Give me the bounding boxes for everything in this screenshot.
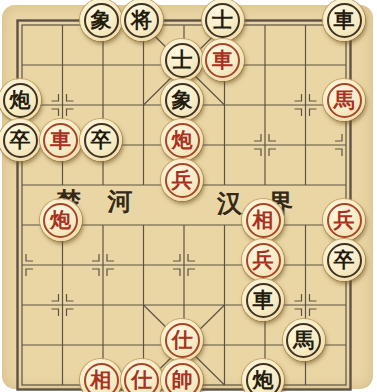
- piece-red-general[interactable]: 帥: [161, 359, 203, 392]
- piece-glyph: 帥: [165, 363, 200, 392]
- piece-black-general[interactable]: 将: [121, 0, 163, 41]
- piece-red-chariot[interactable]: 車: [40, 119, 82, 161]
- xiangqi-screenshot: 楚 河 汉 界 象将士車士車炮象馬卒車卒炮兵炮相兵兵卒車馬仕相仕帥炮: [0, 0, 377, 392]
- piece-glyph: 馬: [327, 83, 362, 118]
- piece-red-cannon[interactable]: 炮: [40, 199, 82, 241]
- piece-red-soldier[interactable]: 兵: [242, 239, 284, 281]
- piece-glyph: 仕: [165, 323, 200, 358]
- piece-red-advisor[interactable]: 仕: [161, 319, 203, 361]
- piece-black-chariot[interactable]: 車: [323, 0, 365, 41]
- piece-glyph: 兵: [165, 163, 200, 198]
- piece-black-horse[interactable]: 馬: [283, 319, 325, 361]
- piece-black-advisor[interactable]: 士: [202, 0, 244, 41]
- piece-black-soldier[interactable]: 卒: [0, 119, 41, 161]
- piece-glyph: 炮: [246, 363, 281, 392]
- piece-glyph: 炮: [165, 123, 200, 158]
- piece-glyph: 士: [165, 43, 200, 78]
- piece-glyph: 将: [124, 3, 159, 38]
- piece-glyph: 炮: [3, 83, 38, 118]
- piece-glyph: 卒: [327, 243, 362, 278]
- piece-glyph: 卒: [3, 123, 38, 158]
- piece-glyph: 馬: [286, 323, 321, 358]
- piece-black-elephant[interactable]: 象: [161, 79, 203, 121]
- piece-black-cannon[interactable]: 炮: [242, 359, 284, 392]
- piece-glyph: 兵: [327, 203, 362, 238]
- piece-glyph: 車: [43, 123, 78, 158]
- piece-black-soldier[interactable]: 卒: [323, 239, 365, 281]
- piece-red-horse[interactable]: 馬: [323, 79, 365, 121]
- piece-glyph: 象: [84, 3, 119, 38]
- piece-glyph: 象: [165, 83, 200, 118]
- piece-black-chariot[interactable]: 車: [242, 279, 284, 321]
- piece-glyph: 兵: [246, 243, 281, 278]
- piece-red-elephant[interactable]: 相: [242, 199, 284, 241]
- piece-black-advisor[interactable]: 士: [161, 39, 203, 81]
- piece-glyph: 相: [246, 203, 281, 238]
- piece-red-soldier[interactable]: 兵: [161, 159, 203, 201]
- piece-red-advisor[interactable]: 仕: [121, 359, 163, 392]
- piece-glyph: 相: [84, 363, 119, 392]
- piece-black-cannon[interactable]: 炮: [0, 79, 41, 121]
- piece-glyph: 車: [205, 43, 240, 78]
- piece-glyph: 士: [205, 3, 240, 38]
- piece-red-soldier[interactable]: 兵: [323, 199, 365, 241]
- piece-red-elephant[interactable]: 相: [80, 359, 122, 392]
- piece-red-cannon[interactable]: 炮: [161, 119, 203, 161]
- piece-red-chariot[interactable]: 車: [202, 39, 244, 81]
- piece-glyph: 炮: [43, 203, 78, 238]
- piece-glyph: 車: [246, 283, 281, 318]
- pieces-layer: 象将士車士車炮象馬卒車卒炮兵炮相兵兵卒車馬仕相仕帥炮: [0, 0, 364, 392]
- piece-black-soldier[interactable]: 卒: [80, 119, 122, 161]
- piece-glyph: 仕: [124, 363, 159, 392]
- piece-glyph: 卒: [84, 123, 119, 158]
- piece-black-elephant[interactable]: 象: [80, 0, 122, 41]
- piece-glyph: 車: [327, 3, 362, 38]
